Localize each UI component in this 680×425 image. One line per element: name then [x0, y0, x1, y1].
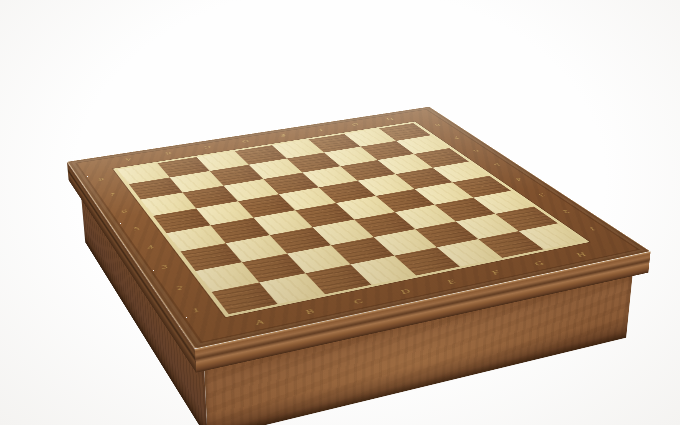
- photo-background: ABCDEFGH HGFEDCBA 87654321 12345678: [0, 0, 680, 425]
- chess-box: ABCDEFGH HGFEDCBA 87654321 12345678: [67, 106, 651, 348]
